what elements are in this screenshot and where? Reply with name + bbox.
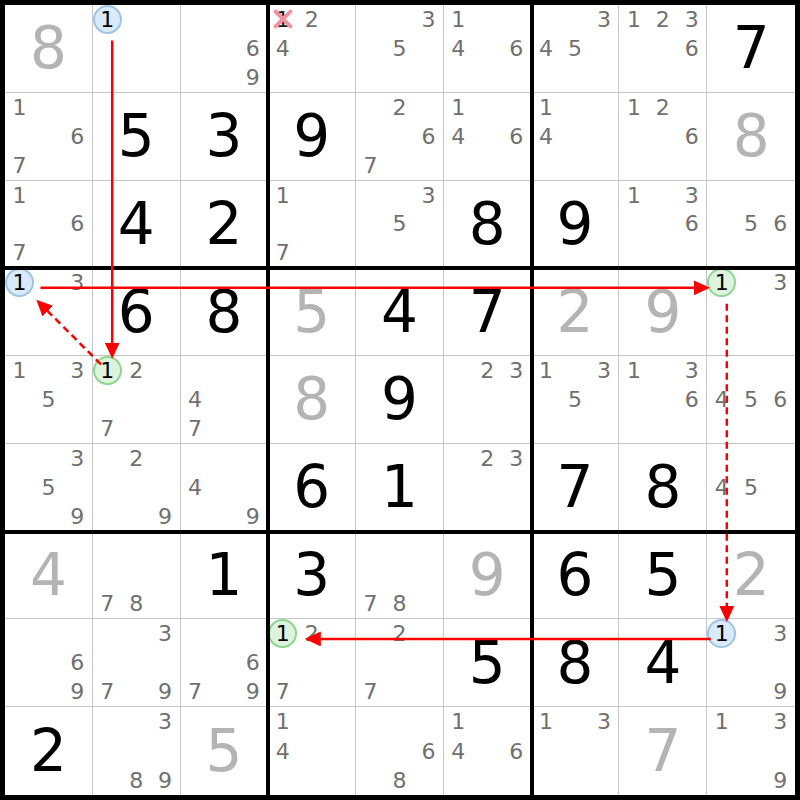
cell-r2c5[interactable]: 267 (356, 93, 444, 181)
cell-r1c6[interactable]: 146 (444, 5, 532, 93)
chain-node-green-r4c9: 1 (707, 268, 736, 297)
candidate-5 (34, 122, 63, 151)
candidate-9 (326, 766, 355, 795)
cell-r2c1[interactable]: 167 (5, 93, 93, 181)
cell-r4c7[interactable]: 2 (532, 268, 620, 356)
candidate-3: 3 (590, 356, 619, 385)
cell-r4c3[interactable]: 8 (181, 268, 269, 356)
candidate-5 (736, 297, 765, 326)
cell-r1c5[interactable]: 35 (356, 5, 444, 93)
candidate-1: 1 (268, 707, 297, 736)
candidate-8 (34, 677, 63, 706)
given-digit: 9 (381, 370, 418, 428)
given-digit: 5 (469, 634, 506, 692)
given-digit: 8 (557, 634, 594, 692)
cell-r7c5[interactable]: 78 (356, 532, 444, 620)
cell-r2c8[interactable]: 126 (619, 93, 707, 181)
candidate-6 (414, 648, 443, 677)
cell-r3c4[interactable]: 17 (268, 181, 356, 269)
cell-r4c9[interactable]: 13 (707, 268, 795, 356)
candidate-grid: 679 (181, 619, 268, 706)
candidate-9 (677, 151, 706, 180)
candidate-5 (473, 385, 502, 414)
candidate-7: 7 (5, 238, 34, 267)
candidate-9: 9 (238, 502, 267, 531)
cell-r8c2[interactable]: 379 (93, 619, 181, 707)
candidate-4 (93, 473, 122, 502)
candidate-2 (34, 181, 63, 210)
cell-r7c2[interactable]: 78 (93, 532, 181, 620)
candidate-8 (122, 502, 151, 531)
candidate-2 (736, 707, 765, 736)
solved-digit: 9 (469, 546, 506, 604)
cell-r8c5[interactable]: 27 (356, 619, 444, 707)
candidate-3: 3 (414, 181, 443, 210)
candidate-grid: 359 (5, 444, 92, 531)
candidate-4 (5, 385, 34, 414)
cell-r4c4[interactable]: 5 (268, 268, 356, 356)
candidate-3 (414, 707, 443, 736)
candidate-7 (356, 238, 385, 267)
cell-r9c8[interactable]: 7 (619, 707, 707, 795)
given-digit: 6 (293, 458, 330, 516)
candidate-9 (502, 151, 531, 180)
candidate-grid: 124 (268, 5, 355, 92)
candidate-6 (63, 385, 92, 414)
cell-r2c2[interactable]: 5 (93, 93, 181, 181)
candidate-6 (414, 209, 443, 238)
candidate-5 (385, 736, 414, 765)
candidate-1 (181, 444, 210, 473)
candidate-9 (63, 238, 92, 267)
cell-r3c7[interactable]: 9 (532, 181, 620, 269)
candidate-5 (385, 561, 414, 590)
candidate-grid: 456 (707, 356, 795, 443)
cell-r9c6[interactable]: 146 (444, 707, 532, 795)
candidate-4 (356, 736, 385, 765)
cell-r4c2[interactable]: 6 (93, 268, 181, 356)
cell-r7c9[interactable]: 2 (707, 532, 795, 620)
given-digit: 1 (381, 458, 418, 516)
candidate-3 (414, 532, 443, 561)
cell-r1c9[interactable]: 7 (707, 5, 795, 93)
candidate-1 (93, 532, 122, 561)
candidate-4 (532, 736, 561, 765)
candidate-1 (707, 181, 736, 210)
candidate-7 (5, 502, 34, 531)
chain-node-blue-r8c9: 1 (707, 619, 736, 648)
candidate-9 (151, 590, 180, 619)
candidate-4 (356, 122, 385, 151)
cell-r1c8[interactable]: 1236 (619, 5, 707, 93)
candidate-2 (209, 356, 238, 385)
cell-r8c6[interactable]: 5 (444, 619, 532, 707)
candidate-7 (93, 766, 122, 795)
cell-r4c1[interactable]: 13 (5, 268, 93, 356)
candidate-2: 2 (648, 93, 677, 122)
cell-r6c7[interactable]: 7 (532, 444, 620, 532)
candidate-9 (502, 766, 531, 795)
candidate-9: 9 (238, 63, 267, 92)
candidate-5 (561, 736, 590, 765)
candidate-8 (209, 414, 238, 443)
candidate-4 (5, 648, 34, 677)
candidate-9 (590, 151, 619, 180)
candidate-1: 1 (268, 181, 297, 210)
cell-r6c6[interactable]: 23 (444, 444, 532, 532)
candidate-9 (63, 151, 92, 180)
candidate-7 (444, 766, 473, 795)
candidate-7: 7 (356, 677, 385, 706)
cell-r8c8[interactable]: 4 (619, 619, 707, 707)
candidate-grid: 23 (444, 444, 531, 531)
candidate-5: 5 (385, 34, 414, 63)
cell-r1c3[interactable]: 69 (181, 5, 269, 93)
candidate-6 (766, 297, 795, 326)
given-digit: 4 (644, 634, 681, 692)
candidate-grid: 56 (707, 181, 795, 268)
candidate-5 (736, 648, 765, 677)
cell-r9c9[interactable]: 139 (707, 707, 795, 795)
candidate-9 (63, 326, 92, 355)
cell-r8c4[interactable]: 127 (268, 619, 356, 707)
candidate-1 (356, 93, 385, 122)
candidate-9 (151, 63, 180, 92)
candidate-9: 9 (766, 766, 795, 795)
cell-r9c4[interactable]: 14 (268, 707, 356, 795)
candidate-grid: 146 (444, 707, 531, 795)
candidate-8 (473, 766, 502, 795)
candidate-4 (93, 736, 122, 765)
candidate-5: 5 (561, 385, 590, 414)
cell-r2c4[interactable]: 9 (268, 93, 356, 181)
cell-r3c2[interactable]: 4 (93, 181, 181, 269)
candidate-6 (766, 648, 795, 677)
candidate-grid: 127 (268, 619, 355, 706)
cell-r5c6[interactable]: 23 (444, 356, 532, 444)
cell-r1c1[interactable]: 8 (5, 5, 93, 93)
cell-r7c8[interactable]: 5 (619, 532, 707, 620)
candidate-2 (297, 181, 326, 210)
cell-r5c7[interactable]: 135 (532, 356, 620, 444)
candidate-6 (151, 648, 180, 677)
cell-r5c5[interactable]: 9 (356, 356, 444, 444)
candidate-7 (619, 238, 648, 267)
candidate-5: 5 (34, 385, 63, 414)
candidate-5 (385, 122, 414, 151)
cell-r9c5[interactable]: 68 (356, 707, 444, 795)
candidate-6 (590, 385, 619, 414)
cell-r6c2[interactable]: 29 (93, 444, 181, 532)
candidate-5 (122, 34, 151, 63)
cell-r8c9[interactable]: 139 (707, 619, 795, 707)
cell-r5c1[interactable]: 135 (5, 356, 93, 444)
candidate-2 (34, 356, 63, 385)
candidate-7 (707, 414, 736, 443)
candidate-6 (151, 473, 180, 502)
solved-digit: 9 (644, 283, 681, 341)
candidate-2 (34, 268, 63, 297)
candidate-1 (181, 619, 210, 648)
candidate-grid: 78 (356, 532, 443, 619)
candidate-1: 1 (619, 93, 648, 122)
cell-r7c6[interactable]: 9 (444, 532, 532, 620)
candidate-8 (34, 238, 63, 267)
candidate-9 (502, 414, 531, 443)
candidate-2 (473, 707, 502, 736)
candidate-8 (648, 63, 677, 92)
candidate-6 (63, 473, 92, 502)
candidate-4 (181, 648, 210, 677)
candidate-9 (414, 766, 443, 795)
candidate-7: 7 (268, 238, 297, 267)
cell-r6c8[interactable]: 8 (619, 444, 707, 532)
candidate-8 (736, 238, 765, 267)
solved-digit: 2 (557, 283, 594, 341)
candidate-2: 2 (297, 5, 326, 34)
cell-r7c4[interactable]: 3 (268, 532, 356, 620)
candidate-6 (238, 473, 267, 502)
cell-r3c8[interactable]: 136 (619, 181, 707, 269)
cell-r5c4[interactable]: 8 (268, 356, 356, 444)
candidate-9 (677, 63, 706, 92)
candidate-4: 4 (532, 34, 561, 63)
cell-r5c9[interactable]: 456 (707, 356, 795, 444)
candidate-3 (677, 93, 706, 122)
candidate-2 (648, 181, 677, 210)
candidate-2 (473, 5, 502, 34)
cell-r2c7[interactable]: 14 (532, 93, 620, 181)
candidate-grid: 69 (5, 619, 92, 706)
candidate-8 (736, 326, 765, 355)
candidate-7: 7 (93, 590, 122, 619)
candidate-9 (590, 766, 619, 795)
candidate-7 (532, 151, 561, 180)
candidate-3: 3 (590, 5, 619, 34)
candidate-7 (93, 63, 122, 92)
candidate-8 (297, 677, 326, 706)
candidate-9: 9 (151, 502, 180, 531)
cell-r9c2[interactable]: 389 (93, 707, 181, 795)
candidate-9 (590, 63, 619, 92)
candidate-4 (5, 122, 34, 151)
candidate-7 (707, 502, 736, 531)
cell-r5c3[interactable]: 47 (181, 356, 269, 444)
candidate-6: 6 (63, 122, 92, 151)
cell-r1c2[interactable]: 1 (93, 5, 181, 93)
candidate-3 (238, 444, 267, 473)
cell-r2c3[interactable]: 3 (181, 93, 269, 181)
candidate-8 (473, 151, 502, 180)
candidate-4 (268, 648, 297, 677)
cell-r2c6[interactable]: 146 (444, 93, 532, 181)
cell-r6c5[interactable]: 1 (356, 444, 444, 532)
given-digit: 4 (118, 195, 155, 253)
given-digit: 6 (118, 283, 155, 341)
candidate-grid: 1 (93, 5, 180, 92)
cell-r8c7[interactable]: 8 (532, 619, 620, 707)
candidate-4 (444, 473, 473, 502)
candidate-1 (707, 356, 736, 385)
candidate-grid: 14 (532, 93, 619, 180)
candidate-grid: 345 (532, 5, 619, 92)
candidate-3: 3 (414, 5, 443, 34)
cell-r6c3[interactable]: 49 (181, 444, 269, 532)
cell-r3c5[interactable]: 35 (356, 181, 444, 269)
candidate-5 (736, 736, 765, 765)
candidate-9: 9 (238, 677, 267, 706)
chain-node-green-r8c4: 1 (268, 619, 297, 648)
candidate-5: 5 (561, 34, 590, 63)
candidate-6 (766, 473, 795, 502)
cell-r3c1[interactable]: 167 (5, 181, 93, 269)
candidate-7 (619, 63, 648, 92)
candidate-grid: 139 (707, 619, 795, 706)
given-digit: 7 (469, 283, 506, 341)
candidate-6 (151, 385, 180, 414)
cell-r4c5[interactable]: 4 (356, 268, 444, 356)
candidate-3: 3 (502, 444, 531, 473)
candidate-9 (238, 414, 267, 443)
candidate-3 (326, 5, 355, 34)
cell-r6c1[interactable]: 359 (5, 444, 93, 532)
candidate-2 (34, 619, 63, 648)
cell-r9c7[interactable]: 13 (532, 707, 620, 795)
candidate-5 (297, 34, 326, 63)
cell-r9c3[interactable]: 5 (181, 707, 269, 795)
candidate-6 (590, 122, 619, 151)
candidate-grid: 167 (5, 93, 92, 180)
cell-r5c8[interactable]: 136 (619, 356, 707, 444)
candidate-grid: 49 (181, 444, 268, 531)
candidate-5 (297, 209, 326, 238)
candidate-7: 7 (356, 151, 385, 180)
cell-r4c8[interactable]: 9 (619, 268, 707, 356)
candidate-3 (766, 444, 795, 473)
candidate-7 (181, 63, 210, 92)
candidate-8 (34, 414, 63, 443)
candidate-2 (385, 532, 414, 561)
solved-digit: 8 (293, 370, 330, 428)
candidate-1: 1 (5, 93, 34, 122)
cell-r6c4[interactable]: 6 (268, 444, 356, 532)
candidate-9 (414, 151, 443, 180)
candidate-3 (326, 181, 355, 210)
candidate-6 (151, 561, 180, 590)
candidate-9: 9 (63, 502, 92, 531)
candidate-5 (122, 648, 151, 677)
candidate-3: 3 (151, 707, 180, 736)
candidate-5: 5 (736, 473, 765, 502)
cell-r1c7[interactable]: 345 (532, 5, 620, 93)
candidate-6: 6 (766, 209, 795, 238)
cell-r6c9[interactable]: 45 (707, 444, 795, 532)
candidate-4 (181, 34, 210, 63)
cell-r8c3[interactable]: 679 (181, 619, 269, 707)
candidate-1: 1 (707, 707, 736, 736)
candidate-4 (707, 297, 736, 326)
candidate-7 (5, 326, 34, 355)
candidate-4: 4 (181, 385, 210, 414)
candidate-1 (356, 5, 385, 34)
candidate-1: 1 (5, 181, 34, 210)
candidate-4: 4 (532, 122, 561, 151)
chain-node-blue-r4c1: 1 (5, 268, 34, 297)
candidate-6 (502, 473, 531, 502)
cell-r1c4[interactable]: 124 (268, 5, 356, 93)
candidate-7 (444, 63, 473, 92)
given-digit: 9 (557, 195, 594, 253)
candidate-8 (297, 238, 326, 267)
candidate-8 (736, 677, 765, 706)
cell-r3c9[interactable]: 56 (707, 181, 795, 269)
cell-r8c1[interactable]: 69 (5, 619, 93, 707)
candidate-7 (532, 766, 561, 795)
cell-r7c7[interactable]: 6 (532, 532, 620, 620)
candidate-2 (122, 707, 151, 736)
cell-r4c6[interactable]: 7 (444, 268, 532, 356)
cell-r7c1[interactable]: 4 (5, 532, 93, 620)
solved-digit: 7 (644, 722, 681, 780)
candidate-6 (151, 34, 180, 63)
candidate-1 (5, 444, 34, 473)
candidate-6: 6 (677, 209, 706, 238)
cell-r2c9[interactable]: 8 (707, 93, 795, 181)
candidate-9 (63, 414, 92, 443)
candidate-9: 9 (63, 677, 92, 706)
candidate-6 (326, 34, 355, 63)
candidate-9 (766, 414, 795, 443)
candidate-8 (209, 677, 238, 706)
candidate-5 (648, 122, 677, 151)
candidate-5 (473, 736, 502, 765)
candidate-5: 5 (736, 209, 765, 238)
candidate-grid: 267 (356, 93, 443, 180)
candidate-8 (561, 766, 590, 795)
candidate-grid: 135 (532, 356, 619, 443)
cell-r5c2[interactable]: 127 (93, 356, 181, 444)
candidate-3 (414, 619, 443, 648)
candidate-8 (385, 238, 414, 267)
candidate-7 (707, 766, 736, 795)
candidate-2 (736, 444, 765, 473)
cell-r9c1[interactable]: 2 (5, 707, 93, 795)
candidate-5 (648, 385, 677, 414)
candidate-7 (356, 63, 385, 92)
candidate-3: 3 (63, 444, 92, 473)
candidate-7 (444, 502, 473, 531)
candidate-3 (238, 356, 267, 385)
candidate-9: 9 (151, 677, 180, 706)
candidate-8 (34, 151, 63, 180)
cell-r3c6[interactable]: 8 (444, 181, 532, 269)
candidate-9 (766, 326, 795, 355)
candidate-4: 4 (268, 34, 297, 63)
candidate-4 (619, 122, 648, 151)
candidate-1 (444, 356, 473, 385)
candidate-3 (502, 707, 531, 736)
chain-node-blue-r1c2: 1 (93, 5, 122, 34)
solved-digit: 8 (733, 107, 770, 165)
candidate-3 (151, 444, 180, 473)
candidate-4 (619, 34, 648, 63)
candidate-1 (444, 444, 473, 473)
candidate-grid: 13 (5, 268, 92, 355)
candidate-6 (326, 736, 355, 765)
cell-r3c3[interactable]: 2 (181, 181, 269, 269)
candidate-5: 5 (34, 473, 63, 502)
cell-r7c3[interactable]: 1 (181, 532, 269, 620)
